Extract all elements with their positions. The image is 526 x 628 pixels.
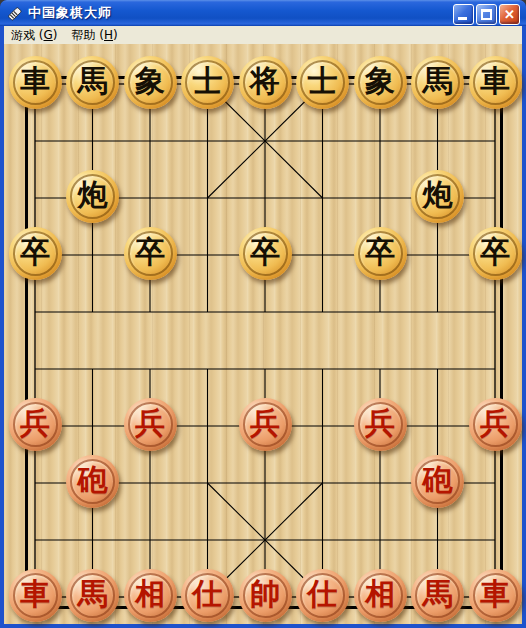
- red-cannon-piece[interactable]: 砲: [66, 455, 119, 508]
- red-advisor-piece[interactable]: 仕: [296, 569, 349, 622]
- maximize-icon: [481, 9, 492, 20]
- red-cannon-piece[interactable]: 砲: [411, 455, 464, 508]
- red-soldier-piece[interactable]: 兵: [239, 398, 292, 451]
- xiangqi-board[interactable]: 車馬象士将士象馬車炮炮卒卒卒卒卒兵兵兵兵兵砲砲車馬相仕帥仕相馬車: [4, 44, 522, 624]
- black-soldier-piece[interactable]: 卒: [239, 227, 292, 280]
- black-advisor-piece[interactable]: 士: [181, 56, 234, 109]
- black-elephant-piece[interactable]: 象: [354, 56, 407, 109]
- black-general-piece[interactable]: 将: [239, 56, 292, 109]
- red-advisor-piece[interactable]: 仕: [181, 569, 234, 622]
- black-soldier-piece[interactable]: 卒: [9, 227, 62, 280]
- red-chariot-piece[interactable]: 車: [469, 569, 522, 622]
- maximize-button[interactable]: [476, 4, 497, 25]
- window-controls: ✕: [453, 4, 520, 25]
- red-soldier-piece[interactable]: 兵: [124, 398, 177, 451]
- black-soldier-piece[interactable]: 卒: [124, 227, 177, 280]
- app-icon: [6, 5, 23, 22]
- board-grid: [4, 44, 522, 624]
- minimize-icon: [458, 17, 467, 20]
- black-cannon-piece[interactable]: 炮: [411, 170, 464, 223]
- black-soldier-piece[interactable]: 卒: [469, 227, 522, 280]
- red-soldier-piece[interactable]: 兵: [9, 398, 62, 451]
- red-general-piece[interactable]: 帥: [239, 569, 292, 622]
- menu-item-help[interactable]: 帮助 (H): [65, 26, 125, 45]
- menu-bar: 游戏 (G) 帮助 (H): [4, 26, 522, 44]
- red-elephant-piece[interactable]: 相: [124, 569, 177, 622]
- menu-item-game[interactable]: 游戏 (G): [4, 26, 65, 45]
- black-elephant-piece[interactable]: 象: [124, 56, 177, 109]
- red-chariot-piece[interactable]: 車: [9, 569, 62, 622]
- black-cannon-piece[interactable]: 炮: [66, 170, 119, 223]
- red-soldier-piece[interactable]: 兵: [354, 398, 407, 451]
- black-advisor-piece[interactable]: 士: [296, 56, 349, 109]
- app-window: 中国象棋大师 ✕ 游戏 (G) 帮助 (H): [0, 0, 526, 628]
- title-bar[interactable]: 中国象棋大师 ✕: [0, 0, 526, 26]
- red-elephant-piece[interactable]: 相: [354, 569, 407, 622]
- close-icon: ✕: [500, 5, 519, 24]
- red-soldier-piece[interactable]: 兵: [469, 398, 522, 451]
- black-chariot-piece[interactable]: 車: [469, 56, 522, 109]
- black-soldier-piece[interactable]: 卒: [354, 227, 407, 280]
- red-horse-piece[interactable]: 馬: [411, 569, 464, 622]
- window-title: 中国象棋大师: [28, 4, 112, 22]
- black-horse-piece[interactable]: 馬: [411, 56, 464, 109]
- red-horse-piece[interactable]: 馬: [66, 569, 119, 622]
- close-button[interactable]: ✕: [499, 4, 520, 25]
- black-chariot-piece[interactable]: 車: [9, 56, 62, 109]
- black-horse-piece[interactable]: 馬: [66, 56, 119, 109]
- minimize-button[interactable]: [453, 4, 474, 25]
